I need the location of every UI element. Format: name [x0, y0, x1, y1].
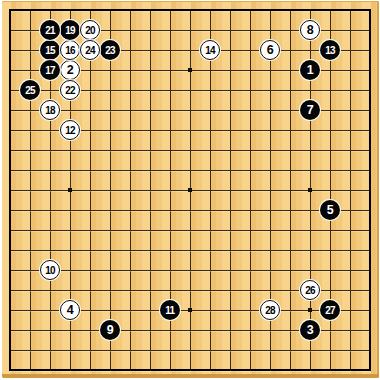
stone-white-10: 10: [40, 260, 60, 280]
stone-black-25: 25: [20, 80, 40, 100]
move-number: 7: [307, 103, 314, 116]
stone-white-12: 12: [60, 120, 80, 140]
stone-black-15: 15: [40, 40, 60, 60]
stone-white-6: 6: [260, 40, 280, 60]
stone-white-18: 18: [40, 100, 60, 120]
stone-black-7: 7: [300, 100, 320, 120]
stone-black-5: 5: [320, 200, 340, 220]
stone-white-26: 26: [300, 280, 320, 300]
star-point: [68, 188, 72, 192]
stone-black-17: 17: [40, 60, 60, 80]
move-number: 18: [45, 104, 55, 115]
move-number: 21: [45, 24, 55, 35]
stone-white-14: 14: [200, 40, 220, 60]
move-number: 8: [307, 23, 314, 36]
move-number: 12: [65, 124, 75, 135]
move-number: 19: [65, 24, 75, 35]
move-number: 6: [267, 43, 274, 56]
go-diagram-page: 1234567891011121314151617181920212223242…: [0, 0, 380, 380]
stone-black-19: 19: [60, 20, 80, 40]
stone-black-27: 27: [320, 300, 340, 320]
stone-black-1: 1: [300, 60, 320, 80]
stone-black-3: 3: [300, 320, 320, 340]
stone-white-28: 28: [260, 300, 280, 320]
move-number: 15: [45, 44, 55, 55]
move-number: 27: [325, 304, 335, 315]
stone-white-16: 16: [60, 40, 80, 60]
stone-white-24: 24: [80, 40, 100, 60]
move-number: 16: [65, 44, 75, 55]
stone-black-11: 11: [160, 300, 180, 320]
move-number: 10: [45, 264, 55, 275]
move-number: 3: [307, 323, 314, 336]
star-point: [188, 308, 192, 312]
star-point: [308, 188, 312, 192]
stone-black-9: 9: [100, 320, 120, 340]
move-number: 17: [45, 64, 55, 75]
go-board[interactable]: 1234567891011121314151617181920212223242…: [0, 0, 380, 380]
move-number: 20: [85, 24, 95, 35]
move-number: 26: [305, 284, 315, 295]
stone-white-22: 22: [60, 80, 80, 100]
stone-black-13: 13: [320, 40, 340, 60]
stone-white-8: 8: [300, 20, 320, 40]
move-number: 23: [105, 44, 115, 55]
move-number: 13: [325, 44, 335, 55]
stone-black-23: 23: [100, 40, 120, 60]
move-number: 22: [65, 84, 75, 95]
star-point: [188, 68, 192, 72]
star-point: [308, 308, 312, 312]
move-number: 9: [107, 323, 114, 336]
move-number: 2: [67, 63, 74, 76]
move-number: 4: [67, 303, 74, 316]
stone-white-2: 2: [60, 60, 80, 80]
move-number: 11: [165, 304, 174, 315]
move-number: 24: [85, 44, 95, 55]
move-number: 25: [25, 84, 35, 95]
stone-black-21: 21: [40, 20, 60, 40]
move-number: 5: [327, 203, 334, 216]
move-number: 1: [307, 63, 314, 76]
move-number: 14: [205, 44, 215, 55]
star-point: [188, 188, 192, 192]
move-number: 28: [265, 304, 275, 315]
stone-white-4: 4: [60, 300, 80, 320]
stone-white-20: 20: [80, 20, 100, 40]
